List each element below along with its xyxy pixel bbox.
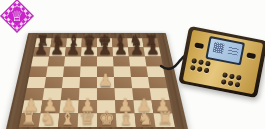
- square-c7[interactable]: ♟: [65, 47, 81, 56]
- lcd-screen: [208, 38, 243, 63]
- piece-black-queen: ♛: [81, 33, 97, 48]
- piece-white-pawn: ♟: [135, 97, 154, 115]
- square-a1[interactable]: ♜: [19, 113, 41, 127]
- lcd-text-lines: [228, 46, 239, 56]
- piece-white-queen: ♛: [78, 110, 97, 128]
- square-b2[interactable]: ♟: [41, 100, 61, 113]
- square-b3[interactable]: [43, 88, 62, 100]
- left-key-4[interactable]: [190, 65, 196, 71]
- chess-queen-logo-icon: ♕: [4, 3, 30, 29]
- square-f2[interactable]: ♟: [115, 100, 134, 113]
- piece-white-pawn: ♟: [22, 97, 41, 115]
- product-photo-canvas: ♕ ♜♞♝♛♚♝♞♜♟♟♟♟♟♟♟♟♟♟♟♟♟♟♟♟♜♞♝♛♚♝♞♜: [0, 0, 265, 129]
- piece-white-pawn: ♟: [116, 97, 135, 115]
- square-b5[interactable]: [46, 66, 64, 77]
- piece-black-rook: ♜: [35, 33, 51, 48]
- right-key-3[interactable]: [236, 75, 242, 81]
- piece-black-rook: ♜: [144, 33, 160, 48]
- square-e1[interactable]: ♚: [97, 113, 116, 127]
- square-h8[interactable]: ♜: [142, 38, 159, 47]
- piece-black-king: ♚: [97, 33, 113, 48]
- square-f6[interactable]: [113, 57, 130, 67]
- right-key-1[interactable]: [222, 72, 228, 78]
- piece-black-knight: ♞: [128, 33, 144, 48]
- square-a2[interactable]: ♟: [22, 100, 43, 113]
- right-function-key[interactable]: [246, 52, 256, 59]
- square-d8[interactable]: ♛: [81, 38, 97, 47]
- square-g8[interactable]: ♞: [127, 38, 143, 47]
- square-e2[interactable]: [97, 100, 116, 113]
- left-key-3[interactable]: [205, 61, 211, 67]
- square-c6[interactable]: [64, 57, 81, 67]
- right-key-4[interactable]: [221, 79, 227, 85]
- control-unit-face: [183, 30, 264, 95]
- square-a5[interactable]: [29, 66, 48, 77]
- square-g3[interactable]: [132, 88, 151, 100]
- square-a6[interactable]: [31, 57, 49, 67]
- left-key-2[interactable]: [198, 59, 204, 65]
- piece-white-bishop: ♝: [58, 110, 77, 128]
- square-a8[interactable]: ♜: [35, 38, 52, 47]
- square-e8[interactable]: ♚: [97, 38, 113, 47]
- square-d5[interactable]: [80, 66, 97, 77]
- piece-white-pawn: ♟: [59, 97, 78, 115]
- left-key-6[interactable]: [204, 68, 210, 74]
- right-key-2[interactable]: [229, 74, 235, 80]
- board-grid: ♜♞♝♛♚♝♞♜♟♟♟♟♟♟♟♟♟♟♟♟♟♟♟♟♜♞♝♛♚♝♞♜: [19, 38, 175, 127]
- square-a7[interactable]: ♟: [33, 47, 50, 56]
- square-b7[interactable]: ♟: [49, 47, 66, 56]
- left-function-key[interactable]: [194, 42, 204, 49]
- square-h4[interactable]: [148, 77, 167, 88]
- square-g5[interactable]: [130, 66, 148, 77]
- square-c1[interactable]: ♝: [58, 113, 78, 127]
- square-f3[interactable]: [115, 88, 134, 100]
- left-key-1[interactable]: [191, 58, 197, 64]
- square-g4[interactable]: [131, 77, 150, 88]
- square-g2[interactable]: ♟: [133, 100, 153, 113]
- square-f5[interactable]: [113, 66, 131, 77]
- square-h3[interactable]: [150, 88, 170, 100]
- square-g1[interactable]: ♞: [135, 113, 156, 127]
- square-a4[interactable]: [27, 77, 46, 88]
- square-d7[interactable]: ♟: [81, 47, 97, 56]
- piece-white-rook: ♜: [19, 110, 38, 128]
- square-h2[interactable]: ♟: [151, 100, 172, 113]
- square-c4[interactable]: [62, 77, 80, 88]
- square-h1[interactable]: ♜: [153, 113, 175, 127]
- piece-black-bishop: ♝: [113, 33, 129, 48]
- square-a3[interactable]: [24, 88, 44, 100]
- piece-white-pawn: ♟: [41, 97, 60, 115]
- square-c8[interactable]: ♝: [66, 38, 82, 47]
- chess-shop-logo: ♕: [4, 3, 30, 29]
- board-scene: ♜♞♝♛♚♝♞♜♟♟♟♟♟♟♟♟♟♟♟♟♟♟♟♟♜♞♝♛♚♝♞♜: [12, 0, 182, 129]
- square-c3[interactable]: [61, 88, 80, 100]
- square-e4[interactable]: ♟: [97, 77, 115, 88]
- square-f7[interactable]: ♟: [113, 47, 129, 56]
- square-d3[interactable]: [79, 88, 97, 100]
- piece-white-pawn: ♟: [78, 97, 97, 115]
- square-d2[interactable]: ♟: [78, 100, 97, 113]
- square-f1[interactable]: ♝: [116, 113, 136, 127]
- square-f4[interactable]: [114, 77, 132, 88]
- square-d6[interactable]: [81, 57, 97, 67]
- square-b4[interactable]: [44, 77, 63, 88]
- square-b1[interactable]: ♞: [39, 113, 60, 127]
- piece-white-pawn: ♟: [97, 73, 115, 90]
- square-g7[interactable]: ♟: [128, 47, 145, 56]
- square-e7[interactable]: ♟: [97, 47, 113, 56]
- square-e5[interactable]: [97, 66, 114, 77]
- square-c5[interactable]: [63, 66, 81, 77]
- square-b6[interactable]: [48, 57, 65, 67]
- right-key-5[interactable]: [228, 80, 234, 86]
- piece-white-bishop: ♝: [116, 110, 135, 128]
- square-e3[interactable]: [97, 88, 115, 100]
- right-key-6[interactable]: [235, 82, 241, 88]
- piece-white-pawn: ♟: [153, 97, 172, 115]
- square-f8[interactable]: ♝: [112, 38, 128, 47]
- piece-black-knight: ♞: [50, 33, 66, 48]
- square-c2[interactable]: ♟: [59, 100, 78, 113]
- square-b8[interactable]: ♞: [50, 38, 66, 47]
- piece-white-knight: ♞: [39, 110, 58, 128]
- square-e6[interactable]: [97, 57, 113, 67]
- lcd-board-diagram: [213, 42, 225, 54]
- square-d4[interactable]: [79, 77, 97, 88]
- left-key-cluster: [190, 58, 213, 76]
- piece-white-king: ♚: [97, 110, 116, 128]
- piece-white-rook: ♜: [155, 110, 174, 128]
- left-key-5[interactable]: [197, 66, 203, 72]
- control-unit: [178, 26, 265, 98]
- piece-black-bishop: ♝: [66, 33, 82, 48]
- square-g6[interactable]: [129, 57, 146, 67]
- square-d1[interactable]: ♛: [78, 113, 97, 127]
- right-key-cluster: [220, 72, 243, 90]
